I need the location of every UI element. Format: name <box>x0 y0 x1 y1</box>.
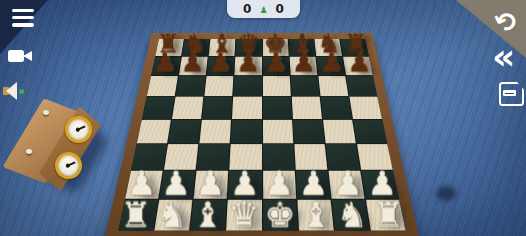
square-c4[interactable] <box>200 119 232 143</box>
rewind-icon: « <box>492 36 513 77</box>
piece-white-king[interactable]: ♚ <box>260 197 301 234</box>
camera-button[interactable] <box>8 48 34 66</box>
square-a4[interactable] <box>137 119 171 143</box>
square-d5[interactable] <box>232 97 261 119</box>
menu-button[interactable] <box>12 9 34 31</box>
square-e5[interactable] <box>262 97 291 119</box>
clock-button-top <box>43 110 49 115</box>
square-f6[interactable] <box>290 76 319 96</box>
chess-clock <box>18 97 110 193</box>
piece-black-pawn[interactable]: ♟ <box>149 49 181 78</box>
score-bar: 0 ♟ 0 <box>227 0 300 18</box>
save-floppy-icon <box>499 82 524 106</box>
app-screen: ♜♞♝♛♚♝♞♜♟♟♟♟♟♟♟♟♟♟♟♟♟♟♟♟♜♞♝♛♚♝♞♜ 0 ♟ 0 ↺… <box>0 0 526 236</box>
square-a6[interactable] <box>147 76 178 96</box>
square-f7[interactable]: ♟ <box>289 57 317 76</box>
square-g4[interactable] <box>323 119 356 143</box>
square-b6[interactable] <box>176 76 206 96</box>
score-black: 0 <box>276 3 284 15</box>
piece-white-queen[interactable]: ♛ <box>223 197 264 234</box>
piece-white-bishop[interactable]: ♝ <box>187 197 228 234</box>
piece-black-pawn[interactable]: ♟ <box>204 49 236 78</box>
piece-white-bishop[interactable]: ♝ <box>296 197 337 234</box>
piece-white-rook[interactable]: ♜ <box>368 197 409 234</box>
square-d4[interactable] <box>231 119 261 143</box>
square-c1[interactable]: ♝ <box>191 200 228 231</box>
square-a5[interactable] <box>142 97 175 119</box>
square-h1[interactable]: ♜ <box>366 200 406 231</box>
square-h7[interactable]: ♟ <box>343 57 373 76</box>
board-frame: ♜♞♝♛♚♝♞♜♟♟♟♟♟♟♟♟♟♟♟♟♟♟♟♟♜♞♝♛♚♝♞♜ <box>104 33 420 236</box>
square-e4[interactable] <box>263 119 293 143</box>
piece-black-pawn[interactable]: ♟ <box>176 49 208 78</box>
square-c6[interactable] <box>205 76 234 96</box>
clock-button-bottom <box>26 149 32 154</box>
square-h6[interactable] <box>346 76 377 96</box>
score-white: 0 <box>243 3 251 15</box>
square-g7[interactable]: ♟ <box>316 57 345 76</box>
square-h5[interactable] <box>349 97 382 119</box>
hamburger-icon <box>12 9 34 12</box>
piece-white-knight[interactable]: ♞ <box>151 197 192 234</box>
undo-rewind-button[interactable]: « <box>492 42 513 72</box>
square-e7[interactable]: ♟ <box>262 57 289 76</box>
square-f5[interactable] <box>291 97 321 119</box>
save-button[interactable] <box>499 82 524 106</box>
square-g1[interactable]: ♞ <box>331 200 369 231</box>
piece-shadow-on-table <box>436 186 456 201</box>
restart-button[interactable]: ↺ <box>491 5 524 36</box>
video-camera-icon <box>8 50 24 62</box>
restart-icon: ↺ <box>488 4 526 38</box>
square-h4[interactable] <box>353 119 387 143</box>
square-e6[interactable] <box>262 76 290 96</box>
square-d7[interactable]: ♟ <box>235 57 262 76</box>
square-e1[interactable]: ♚ <box>263 200 298 231</box>
square-g5[interactable] <box>320 97 351 119</box>
piece-black-pawn[interactable]: ♟ <box>232 49 264 78</box>
piece-white-rook[interactable]: ♜ <box>115 197 156 234</box>
board-grid: ♜♞♝♛♚♝♞♜♟♟♟♟♟♟♟♟♟♟♟♟♟♟♟♟♜♞♝♛♚♝♞♜ <box>118 39 405 231</box>
square-c5[interactable] <box>202 97 232 119</box>
square-f1[interactable]: ♝ <box>297 200 334 231</box>
sound-button[interactable] <box>3 81 25 103</box>
piece-black-pawn[interactable]: ♟ <box>344 49 376 78</box>
green-pawn-icon: ♟ <box>259 5 267 15</box>
square-d6[interactable] <box>234 76 262 96</box>
square-d1[interactable]: ♛ <box>227 200 262 231</box>
square-f4[interactable] <box>293 119 325 143</box>
square-b4[interactable] <box>168 119 201 143</box>
square-c7[interactable]: ♟ <box>207 57 235 76</box>
square-g6[interactable] <box>318 76 348 96</box>
square-b5[interactable] <box>172 97 203 119</box>
